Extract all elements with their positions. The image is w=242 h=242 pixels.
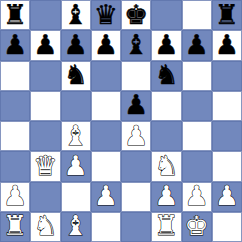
square-d2[interactable]: ♟ — [91, 182, 121, 212]
white-rook-icon: ♜ — [154, 212, 178, 239]
square-f1[interactable]: ♜ — [151, 212, 181, 242]
black-pawn-icon: ♟ — [64, 31, 88, 58]
black-pawn-icon: ♟ — [154, 31, 178, 58]
white-pawn-icon: ♟ — [215, 182, 239, 209]
square-a2[interactable]: ♟ — [0, 182, 30, 212]
square-a1[interactable]: ♜ — [0, 212, 30, 242]
square-e1[interactable] — [121, 212, 151, 242]
chess-board: ♜♝♛♚♜♟♟♟♟♝♟♟♟♞♞♟♝♟♛♟♞♟♟♟♟♟♜♞♝♜♚ — [0, 0, 242, 242]
square-g7[interactable]: ♟ — [182, 30, 212, 60]
square-h5[interactable] — [212, 91, 242, 121]
square-e6[interactable] — [121, 61, 151, 91]
square-c8[interactable]: ♝ — [61, 0, 91, 30]
white-bishop-icon: ♝ — [64, 122, 88, 149]
white-pawn-icon: ♟ — [94, 182, 118, 209]
square-e3[interactable] — [121, 151, 151, 181]
square-d3[interactable] — [91, 151, 121, 181]
square-f7[interactable]: ♟ — [151, 30, 181, 60]
square-c1[interactable]: ♝ — [61, 212, 91, 242]
square-a3[interactable] — [0, 151, 30, 181]
black-bishop-icon: ♝ — [124, 31, 148, 58]
square-e5[interactable]: ♟ — [121, 91, 151, 121]
square-d6[interactable] — [91, 61, 121, 91]
square-d8[interactable]: ♛ — [91, 0, 121, 30]
square-h4[interactable] — [212, 121, 242, 151]
black-pawn-icon: ♟ — [3, 31, 27, 58]
black-pawn-icon: ♟ — [124, 91, 148, 118]
square-a7[interactable]: ♟ — [0, 30, 30, 60]
square-h2[interactable]: ♟ — [212, 182, 242, 212]
square-g3[interactable] — [182, 151, 212, 181]
square-e8[interactable]: ♚ — [121, 0, 151, 30]
square-a4[interactable] — [0, 121, 30, 151]
square-e7[interactable]: ♝ — [121, 30, 151, 60]
square-a8[interactable]: ♜ — [0, 0, 30, 30]
square-f6[interactable]: ♞ — [151, 61, 181, 91]
square-d7[interactable]: ♟ — [91, 30, 121, 60]
square-e4[interactable]: ♟ — [121, 121, 151, 151]
square-b1[interactable]: ♞ — [30, 212, 60, 242]
square-h8[interactable]: ♜ — [212, 0, 242, 30]
white-pawn-icon: ♟ — [185, 182, 209, 209]
square-h1[interactable] — [212, 212, 242, 242]
square-g2[interactable]: ♟ — [182, 182, 212, 212]
square-f2[interactable]: ♟ — [151, 182, 181, 212]
square-b4[interactable] — [30, 121, 60, 151]
square-b2[interactable] — [30, 182, 60, 212]
square-b3[interactable]: ♛ — [30, 151, 60, 181]
black-knight-icon: ♞ — [64, 61, 88, 88]
square-f3[interactable]: ♞ — [151, 151, 181, 181]
white-knight-icon: ♞ — [154, 152, 178, 179]
square-g6[interactable] — [182, 61, 212, 91]
white-queen-icon: ♛ — [33, 152, 57, 179]
square-g5[interactable] — [182, 91, 212, 121]
square-a5[interactable] — [0, 91, 30, 121]
black-king-icon: ♚ — [124, 1, 148, 28]
black-knight-icon: ♞ — [154, 61, 178, 88]
square-b6[interactable] — [30, 61, 60, 91]
white-bishop-icon: ♝ — [64, 212, 88, 239]
square-b8[interactable] — [30, 0, 60, 30]
square-g1[interactable]: ♚ — [182, 212, 212, 242]
square-c5[interactable] — [61, 91, 91, 121]
square-f4[interactable] — [151, 121, 181, 151]
black-pawn-icon: ♟ — [185, 31, 209, 58]
square-h7[interactable]: ♟ — [212, 30, 242, 60]
square-c3[interactable]: ♟ — [61, 151, 91, 181]
square-d4[interactable] — [91, 121, 121, 151]
black-rook-icon: ♜ — [3, 1, 27, 28]
black-pawn-icon: ♟ — [33, 31, 57, 58]
square-d5[interactable] — [91, 91, 121, 121]
white-pawn-icon: ♟ — [124, 122, 148, 149]
black-queen-icon: ♛ — [94, 1, 118, 28]
square-b5[interactable] — [30, 91, 60, 121]
square-e2[interactable] — [121, 182, 151, 212]
black-bishop-icon: ♝ — [64, 1, 88, 28]
square-c7[interactable]: ♟ — [61, 30, 91, 60]
black-pawn-icon: ♟ — [215, 31, 239, 58]
white-pawn-icon: ♟ — [154, 182, 178, 209]
square-f5[interactable] — [151, 91, 181, 121]
white-rook-icon: ♜ — [3, 212, 27, 239]
white-pawn-icon: ♟ — [3, 182, 27, 209]
black-rook-icon: ♜ — [215, 1, 239, 28]
square-f8[interactable] — [151, 0, 181, 30]
square-h6[interactable] — [212, 61, 242, 91]
white-pawn-icon: ♟ — [64, 152, 88, 179]
black-pawn-icon: ♟ — [94, 31, 118, 58]
square-d1[interactable] — [91, 212, 121, 242]
white-knight-icon: ♞ — [33, 212, 57, 239]
square-a6[interactable] — [0, 61, 30, 91]
square-h3[interactable] — [212, 151, 242, 181]
square-c6[interactable]: ♞ — [61, 61, 91, 91]
square-g4[interactable] — [182, 121, 212, 151]
square-b7[interactable]: ♟ — [30, 30, 60, 60]
square-c4[interactable]: ♝ — [61, 121, 91, 151]
square-g8[interactable] — [182, 0, 212, 30]
white-king-icon: ♚ — [185, 212, 209, 239]
square-c2[interactable] — [61, 182, 91, 212]
